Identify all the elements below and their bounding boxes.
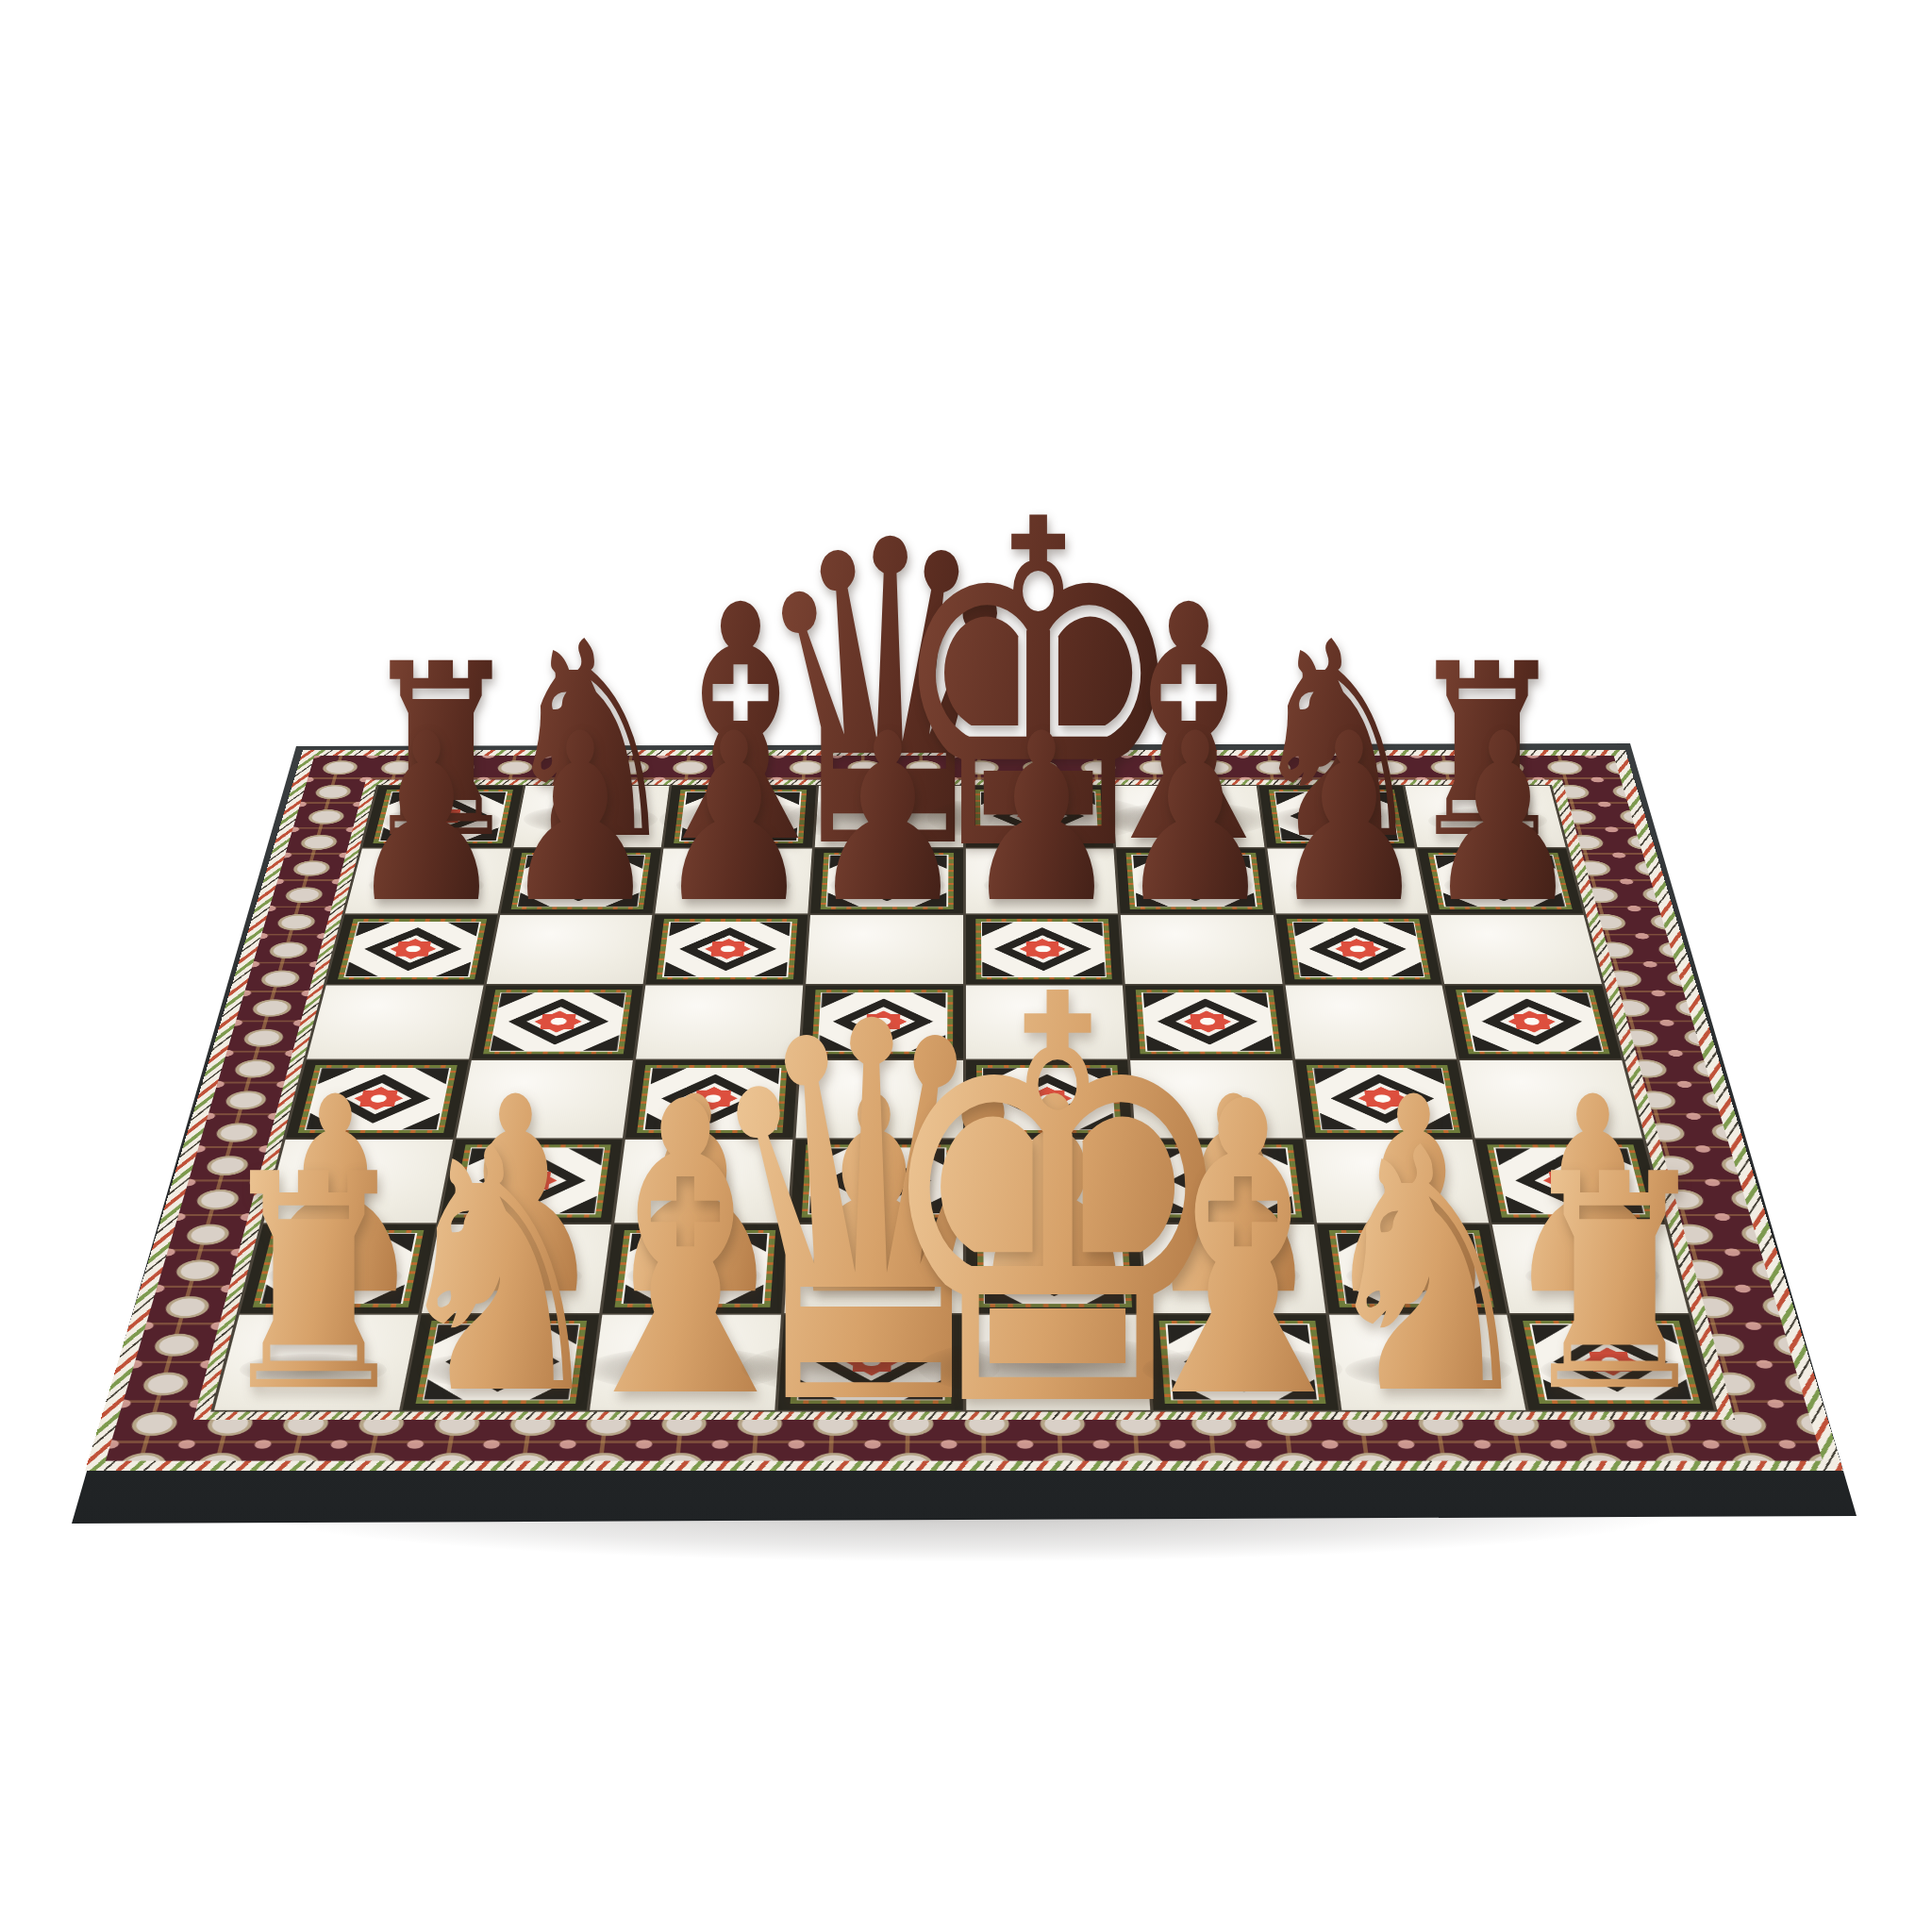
piece-white-rook-h1: ♜: [1502, 1136, 1727, 1433]
piece-black-pawn-h7: ♟: [1415, 703, 1591, 935]
piece-black-pawn-b7: ♟: [492, 703, 669, 935]
chess-set-photo: ♜♞♝♛♚♝♞♜♟♟♟♟♟♟♟♟♟♟♟♟♟♟♟♟♜♞♝♛♚♝♞♜: [0, 0, 1932, 1932]
piece-black-pawn-c7: ♟: [646, 703, 823, 935]
pieces-layer: ♜♞♝♛♚♝♞♜♟♟♟♟♟♟♟♟♟♟♟♟♟♟♟♟♜♞♝♛♚♝♞♜: [0, 0, 1932, 1932]
piece-black-pawn-a7: ♟: [339, 703, 515, 935]
piece-black-pawn-g7: ♟: [1261, 703, 1438, 935]
